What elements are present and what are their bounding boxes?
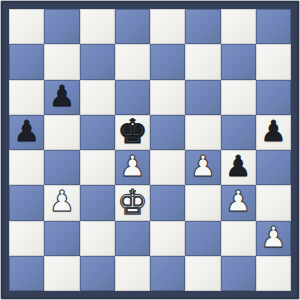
square-h7[interactable]: [256, 44, 291, 79]
square-a2[interactable]: [9, 221, 44, 256]
square-c4[interactable]: [80, 150, 115, 185]
square-f4[interactable]: ♟: [185, 150, 220, 185]
square-a5[interactable]: ♟: [9, 115, 44, 150]
white-king[interactable]: ♚: [117, 185, 147, 219]
square-c5[interactable]: [80, 115, 115, 150]
black-king[interactable]: ♚: [117, 115, 147, 149]
square-h8[interactable]: [256, 9, 291, 44]
square-a7[interactable]: [9, 44, 44, 79]
square-d1[interactable]: [115, 256, 150, 291]
square-c6[interactable]: [80, 80, 115, 115]
square-h2[interactable]: ♟: [256, 221, 291, 256]
square-b3[interactable]: ♟: [44, 185, 79, 220]
square-d4[interactable]: ♟: [115, 150, 150, 185]
square-c1[interactable]: [80, 256, 115, 291]
square-b6[interactable]: ♟: [44, 80, 79, 115]
square-e6[interactable]: [150, 80, 185, 115]
square-h5[interactable]: ♟: [256, 115, 291, 150]
square-h6[interactable]: [256, 80, 291, 115]
square-g8[interactable]: [221, 9, 256, 44]
screenshot: ♟♟♚♟♟♟♟♟♚♟♟: [0, 0, 300, 300]
square-b7[interactable]: [44, 44, 79, 79]
white-pawn[interactable]: ♟: [119, 152, 145, 181]
square-h1[interactable]: [256, 256, 291, 291]
square-f3[interactable]: [185, 185, 220, 220]
square-e4[interactable]: [150, 150, 185, 185]
square-g1[interactable]: [221, 256, 256, 291]
chess-board-frame: ♟♟♚♟♟♟♟♟♚♟♟: [0, 0, 300, 300]
square-d8[interactable]: [115, 9, 150, 44]
square-b8[interactable]: [44, 9, 79, 44]
square-d2[interactable]: [115, 221, 150, 256]
black-pawn[interactable]: ♟: [49, 82, 75, 111]
white-pawn[interactable]: ♟: [260, 223, 286, 252]
square-f1[interactable]: [185, 256, 220, 291]
square-e2[interactable]: [150, 221, 185, 256]
square-c2[interactable]: [80, 221, 115, 256]
square-b5[interactable]: [44, 115, 79, 150]
square-a3[interactable]: [9, 185, 44, 220]
square-d3[interactable]: ♚: [115, 185, 150, 220]
square-b4[interactable]: [44, 150, 79, 185]
square-c3[interactable]: [80, 185, 115, 220]
square-d7[interactable]: [115, 44, 150, 79]
square-e8[interactable]: [150, 9, 185, 44]
square-h3[interactable]: [256, 185, 291, 220]
square-d6[interactable]: [115, 80, 150, 115]
square-e7[interactable]: [150, 44, 185, 79]
square-b1[interactable]: [44, 256, 79, 291]
square-f6[interactable]: [185, 80, 220, 115]
square-g3[interactable]: ♟: [221, 185, 256, 220]
square-c8[interactable]: [80, 9, 115, 44]
square-f2[interactable]: [185, 221, 220, 256]
square-a4[interactable]: [9, 150, 44, 185]
square-f5[interactable]: [185, 115, 220, 150]
square-d5[interactable]: ♚: [115, 115, 150, 150]
square-g6[interactable]: [221, 80, 256, 115]
black-pawn[interactable]: ♟: [225, 152, 251, 181]
square-f8[interactable]: [185, 9, 220, 44]
square-a6[interactable]: [9, 80, 44, 115]
black-pawn[interactable]: ♟: [14, 117, 40, 146]
square-c7[interactable]: [80, 44, 115, 79]
square-h4[interactable]: [256, 150, 291, 185]
square-e3[interactable]: [150, 185, 185, 220]
black-pawn[interactable]: ♟: [260, 117, 286, 146]
chess-board: ♟♟♚♟♟♟♟♟♚♟♟: [9, 9, 291, 291]
white-pawn[interactable]: ♟: [49, 187, 75, 216]
white-pawn[interactable]: ♟: [190, 152, 216, 181]
square-g5[interactable]: [221, 115, 256, 150]
square-g2[interactable]: [221, 221, 256, 256]
square-g4[interactable]: ♟: [221, 150, 256, 185]
square-e5[interactable]: [150, 115, 185, 150]
square-f7[interactable]: [185, 44, 220, 79]
square-g7[interactable]: [221, 44, 256, 79]
square-b2[interactable]: [44, 221, 79, 256]
square-e1[interactable]: [150, 256, 185, 291]
white-pawn[interactable]: ♟: [225, 187, 251, 216]
square-a1[interactable]: [9, 256, 44, 291]
square-a8[interactable]: [9, 9, 44, 44]
